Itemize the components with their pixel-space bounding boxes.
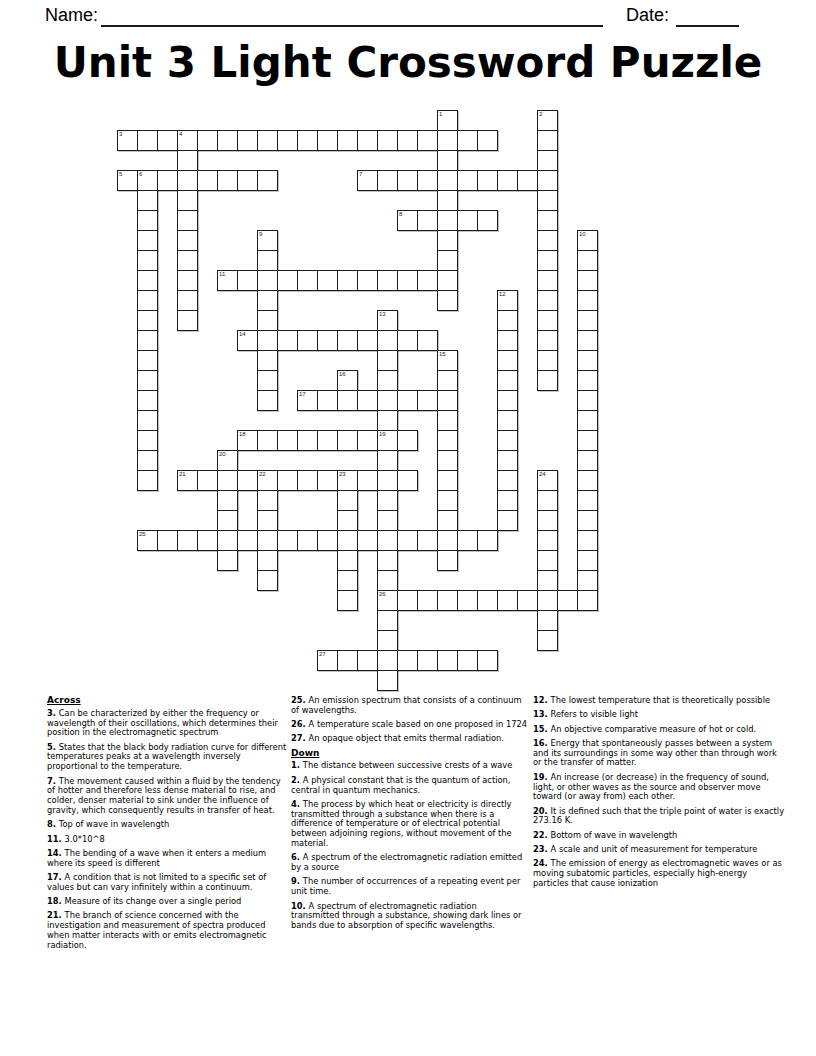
grid-cell[interactable] [537, 510, 558, 531]
grid-cell[interactable] [317, 470, 338, 491]
grid-cell[interactable] [317, 130, 338, 151]
grid-cell[interactable]: 2 [537, 110, 558, 131]
grid-cell[interactable] [357, 270, 378, 291]
grid-cell[interactable] [277, 530, 298, 551]
grid-cell[interactable] [397, 390, 418, 411]
cell-number: 22 [259, 471, 266, 478]
grid-cell[interactable] [137, 130, 158, 151]
grid-cell[interactable] [537, 290, 558, 311]
grid-cell[interactable] [377, 570, 398, 591]
grid-cell[interactable]: 7 [357, 170, 378, 191]
cell-number: 12 [499, 291, 506, 298]
grid-cell[interactable] [357, 470, 378, 491]
grid-cell[interactable] [417, 270, 438, 291]
grid-cell[interactable] [577, 410, 598, 431]
grid-cell[interactable] [157, 170, 178, 191]
grid-cell[interactable] [337, 650, 358, 671]
grid-cell[interactable] [137, 270, 158, 291]
page-title: Unit 3 Light Crossword Puzzle [0, 38, 816, 87]
grid-cell[interactable] [537, 370, 558, 391]
clue-item-23-down: 23. A scale and unit of measurement for … [533, 845, 785, 855]
grid-cell[interactable] [497, 390, 518, 411]
grid-cell[interactable] [297, 530, 318, 551]
grid-cell[interactable] [157, 530, 178, 551]
grid-cell[interactable]: 23 [337, 470, 358, 491]
grid-cell[interactable] [577, 390, 598, 411]
grid-cell[interactable] [257, 370, 278, 391]
grid-cell[interactable]: 26 [377, 590, 398, 611]
grid-cell[interactable] [577, 370, 598, 391]
date-blank-line[interactable] [676, 7, 739, 27]
grid-cell[interactable] [577, 550, 598, 571]
grid-cell[interactable] [577, 310, 598, 331]
grid-cell[interactable] [437, 210, 458, 231]
grid-cell[interactable] [217, 510, 238, 531]
grid-cell[interactable]: 20 [217, 450, 238, 471]
grid-cell[interactable] [577, 250, 598, 271]
grid-cell[interactable] [437, 170, 458, 191]
grid-cell[interactable] [217, 470, 238, 491]
grid-cell[interactable] [537, 230, 558, 251]
grid-cell[interactable] [297, 130, 318, 151]
grid-cell[interactable] [137, 290, 158, 311]
grid-cell[interactable]: 21 [177, 470, 198, 491]
grid-cell[interactable] [197, 170, 218, 191]
grid-cell[interactable]: 16 [337, 370, 358, 391]
name-label: Name: [45, 5, 98, 26]
clue-number: 24. [533, 858, 551, 868]
grid-cell[interactable] [417, 390, 438, 411]
clue-item-10-down: 10. A spectrum of electromagnetic radiat… [291, 902, 527, 931]
grid-cell[interactable] [217, 130, 238, 151]
grid-cell[interactable] [137, 350, 158, 371]
grid-cell[interactable] [537, 250, 558, 271]
clue-number: 26. [291, 719, 309, 729]
grid-cell[interactable] [277, 470, 298, 491]
grid-cell[interactable] [437, 490, 458, 511]
grid-cell[interactable] [437, 130, 458, 151]
grid-cell[interactable] [257, 530, 278, 551]
grid-cell[interactable] [377, 550, 398, 571]
grid-cell[interactable] [437, 530, 458, 551]
grid-cell[interactable] [537, 610, 558, 631]
grid-cell[interactable]: 18 [237, 430, 258, 451]
clue-item-6-down: 6. A spectrum of the electromagnetic rad… [291, 853, 527, 873]
grid-cell[interactable] [537, 310, 558, 331]
grid-cell[interactable] [577, 350, 598, 371]
cell-number: 4 [179, 131, 182, 138]
grid-cell[interactable] [497, 490, 518, 511]
down-clues-heading: Down [291, 749, 527, 759]
grid-cell[interactable] [437, 250, 458, 271]
grid-cell[interactable] [277, 270, 298, 291]
grid-cell[interactable] [497, 450, 518, 471]
grid-cell[interactable] [177, 290, 198, 311]
grid-cell[interactable] [457, 590, 478, 611]
grid-cell[interactable] [217, 490, 238, 511]
clue-number: 27. [291, 733, 309, 743]
grid-cell[interactable] [217, 530, 238, 551]
grid-cell[interactable] [537, 150, 558, 171]
grid-cell[interactable] [537, 170, 558, 191]
grid-cell[interactable] [257, 130, 278, 151]
clue-number: 19. [533, 772, 551, 782]
grid-cell[interactable]: 1 [437, 110, 458, 131]
grid-cell[interactable] [337, 270, 358, 291]
grid-cell[interactable] [417, 170, 438, 191]
grid-cell[interactable] [537, 350, 558, 371]
grid-cell[interactable] [377, 530, 398, 551]
grid-cell[interactable] [397, 270, 418, 291]
grid-cell[interactable] [357, 650, 378, 671]
grid-cell[interactable] [417, 210, 438, 231]
grid-cell[interactable] [177, 250, 198, 271]
grid-cell[interactable] [137, 370, 158, 391]
grid-cell[interactable] [577, 450, 598, 471]
grid-cell[interactable] [437, 190, 458, 211]
grid-cell[interactable] [317, 530, 338, 551]
grid-cell[interactable] [397, 130, 418, 151]
grid-cell[interactable] [257, 430, 278, 451]
grid-cell[interactable] [497, 170, 518, 191]
grid-cell[interactable] [437, 510, 458, 531]
grid-cell[interactable] [537, 630, 558, 651]
grid-cell[interactable]: 15 [437, 350, 458, 371]
grid-cell[interactable] [137, 230, 158, 251]
grid-cell[interactable] [257, 270, 278, 291]
grid-cell[interactable]: 10 [577, 230, 598, 251]
grid-cell[interactable] [377, 650, 398, 671]
grid-cell[interactable] [537, 570, 558, 591]
grid-cell[interactable]: 11 [217, 270, 238, 291]
grid-cell[interactable] [477, 590, 498, 611]
grid-cell[interactable] [337, 570, 358, 591]
grid-cell[interactable]: 5 [117, 170, 138, 191]
name-blank-line[interactable] [101, 7, 603, 27]
clue-item-14-across: 14. The bending of a wave when it enters… [47, 849, 290, 869]
grid-cell[interactable] [357, 330, 378, 351]
grid-cell[interactable] [257, 550, 278, 571]
grid-cell[interactable] [577, 290, 598, 311]
grid-cell[interactable]: 25 [137, 530, 158, 551]
clue-number: 10. [291, 901, 309, 911]
grid-cell[interactable] [177, 170, 198, 191]
grid-cell[interactable] [537, 270, 558, 291]
grid-cell[interactable] [137, 310, 158, 331]
grid-cell[interactable] [357, 130, 378, 151]
grid-cell[interactable] [377, 390, 398, 411]
grid-cell[interactable] [337, 510, 358, 531]
clue-number: 3. [47, 708, 59, 718]
grid-cell[interactable] [437, 390, 458, 411]
date-label: Date: [626, 5, 669, 26]
grid-cell[interactable] [317, 390, 338, 411]
grid-cell[interactable] [177, 310, 198, 331]
grid-cell[interactable] [437, 150, 458, 171]
grid-cell[interactable] [137, 410, 158, 431]
grid-cell[interactable] [537, 210, 558, 231]
grid-cell[interactable] [197, 470, 218, 491]
grid-cell[interactable] [437, 230, 458, 251]
grid-cell[interactable] [377, 170, 398, 191]
grid-cell[interactable] [357, 390, 378, 411]
grid-cell[interactable] [197, 530, 218, 551]
grid-cell[interactable] [537, 550, 558, 571]
grid-cell[interactable] [377, 490, 398, 511]
grid-cell[interactable] [417, 130, 438, 151]
grid-cell[interactable] [257, 570, 278, 591]
grid-cell[interactable] [357, 430, 378, 451]
grid-cell[interactable] [297, 330, 318, 351]
grid-cell[interactable] [137, 190, 158, 211]
grid-cell[interactable] [477, 130, 498, 151]
grid-cell[interactable] [437, 270, 458, 291]
clue-item-18-across: 18. Measure of its change over a single … [47, 897, 290, 907]
grid-cell[interactable] [437, 470, 458, 491]
grid-cell[interactable] [337, 530, 358, 551]
clue-number: 4. [291, 799, 303, 809]
grid-cell[interactable] [417, 330, 438, 351]
grid-cell[interactable] [457, 530, 478, 551]
clue-item-12-down: 12. The lowest temperature that is theor… [533, 696, 785, 706]
grid-cell[interactable] [397, 330, 418, 351]
grid-cell[interactable] [537, 130, 558, 151]
grid-cell[interactable] [497, 350, 518, 371]
grid-cell[interactable] [577, 430, 598, 451]
clue-item-20-down: 20. It is defined such that the triple p… [533, 807, 785, 827]
grid-cell[interactable] [337, 390, 358, 411]
clue-number: 5. [47, 742, 59, 752]
grid-cell[interactable] [257, 490, 278, 511]
grid-cell[interactable] [157, 130, 178, 151]
grid-cell[interactable] [577, 470, 598, 491]
grid-cell[interactable] [497, 590, 518, 611]
grid-cell[interactable] [197, 130, 218, 151]
grid-cell[interactable] [257, 250, 278, 271]
grid-cell[interactable]: 6 [137, 170, 158, 191]
grid-cell[interactable] [257, 350, 278, 371]
grid-cell[interactable]: 3 [117, 130, 138, 151]
clue-item-15-down: 15. An objective comparative measure of … [533, 725, 785, 735]
grid-cell[interactable] [237, 470, 258, 491]
grid-cell[interactable]: 9 [257, 230, 278, 251]
grid-cell[interactable] [257, 290, 278, 311]
grid-cell[interactable] [457, 170, 478, 191]
grid-cell[interactable] [437, 590, 458, 611]
grid-cell[interactable] [337, 430, 358, 451]
grid-cell[interactable] [177, 270, 198, 291]
grid-cell[interactable]: 19 [377, 430, 398, 451]
grid-cell[interactable]: 4 [177, 130, 198, 151]
grid-cell[interactable] [577, 270, 598, 291]
cell-number: 20 [219, 451, 226, 458]
grid-cell[interactable] [257, 330, 278, 351]
grid-cell[interactable] [477, 170, 498, 191]
grid-cell[interactable]: 17 [297, 390, 318, 411]
grid-cell[interactable] [317, 430, 338, 451]
grid-cell[interactable] [357, 530, 378, 551]
grid-cell[interactable] [337, 590, 358, 611]
grid-cell[interactable] [577, 330, 598, 351]
grid-cell[interactable] [317, 330, 338, 351]
grid-cell[interactable] [497, 410, 518, 431]
grid-cell[interactable]: 8 [397, 210, 418, 231]
clue-item-11-across: 11. 3.0*10^8 [47, 835, 290, 845]
grid-cell[interactable] [257, 390, 278, 411]
grid-cell[interactable] [137, 430, 158, 451]
grid-cell[interactable] [237, 130, 258, 151]
grid-cell[interactable] [437, 290, 458, 311]
grid-cell[interactable] [377, 270, 398, 291]
clue-number: 18. [47, 896, 65, 906]
grid-cell[interactable] [417, 530, 438, 551]
cell-number: 21 [179, 471, 186, 478]
grid-cell[interactable] [277, 330, 298, 351]
cell-number: 24 [539, 471, 546, 478]
grid-cell[interactable] [237, 170, 258, 191]
grid-cell[interactable] [517, 590, 538, 611]
clue-number: 25. [291, 695, 309, 705]
grid-cell[interactable] [497, 310, 518, 331]
grid-cell[interactable] [177, 190, 198, 211]
grid-cell[interactable] [497, 370, 518, 391]
clue-item-24-down: 24. The emission of energy as electromag… [533, 859, 785, 888]
grid-cell[interactable] [377, 670, 398, 691]
grid-cell[interactable] [517, 170, 538, 191]
cell-number: 14 [239, 331, 246, 338]
grid-cell[interactable] [477, 210, 498, 231]
grid-cell[interactable] [477, 530, 498, 551]
grid-cell[interactable] [577, 490, 598, 511]
grid-cell[interactable] [337, 330, 358, 351]
grid-cell[interactable] [237, 270, 258, 291]
grid-cell[interactable]: 13 [377, 310, 398, 331]
grid-cell[interactable] [377, 450, 398, 471]
clue-item-5-across: 5. States that the black body radiation … [47, 743, 290, 772]
grid-cell[interactable] [437, 370, 458, 391]
grid-cell[interactable] [417, 650, 438, 671]
grid-cell[interactable] [257, 510, 278, 531]
grid-cell[interactable] [297, 270, 318, 291]
grid-cell[interactable] [537, 490, 558, 511]
grid-cell[interactable] [177, 150, 198, 171]
grid-cell[interactable] [377, 630, 398, 651]
grid-cell[interactable] [457, 210, 478, 231]
grid-cell[interactable] [137, 390, 158, 411]
grid-cell[interactable] [137, 450, 158, 471]
grid-cell[interactable] [137, 210, 158, 231]
grid-cell[interactable] [437, 410, 458, 431]
grid-cell[interactable] [437, 550, 458, 571]
grid-cell[interactable] [217, 170, 238, 191]
grid-cell[interactable] [457, 130, 478, 151]
grid-cell[interactable]: 27 [317, 650, 338, 671]
grid-cell[interactable] [377, 410, 398, 431]
grid-cell[interactable] [457, 650, 478, 671]
grid-cell[interactable] [397, 590, 418, 611]
grid-cell[interactable] [397, 430, 418, 451]
cell-number: 8 [399, 211, 402, 218]
grid-cell[interactable]: 14 [237, 330, 258, 351]
grid-cell[interactable] [397, 470, 418, 491]
clue-item-17-across: 17. A condition that is not limited to a… [47, 873, 290, 893]
grid-cell[interactable] [137, 330, 158, 351]
grid-cell[interactable]: 12 [497, 290, 518, 311]
grid-cell[interactable] [537, 590, 558, 611]
grid-cell[interactable] [337, 490, 358, 511]
grid-cell[interactable] [377, 470, 398, 491]
grid-cell[interactable] [577, 590, 598, 611]
grid-cell[interactable] [377, 510, 398, 531]
grid-cell[interactable] [257, 170, 278, 191]
grid-cell[interactable] [537, 530, 558, 551]
crossword-grid: 1234567891011121314151617181920212223242… [117, 110, 598, 691]
grid-cell[interactable]: 24 [537, 470, 558, 491]
cell-number: 7 [359, 171, 362, 178]
grid-cell[interactable] [377, 330, 398, 351]
grid-cell[interactable] [317, 270, 338, 291]
clue-item-8-across: 8. Top of wave in wavelength [47, 820, 290, 830]
grid-cell[interactable] [137, 250, 158, 271]
grid-cell[interactable] [337, 130, 358, 151]
grid-cell[interactable] [177, 530, 198, 551]
clue-column-right: 12. The lowest temperature that is theor… [533, 696, 785, 893]
grid-cell[interactable] [397, 530, 418, 551]
grid-cell[interactable] [297, 430, 318, 451]
grid-cell[interactable] [277, 130, 298, 151]
grid-cell[interactable] [377, 130, 398, 151]
grid-cell[interactable] [177, 210, 198, 231]
grid-cell[interactable] [437, 650, 458, 671]
grid-cell[interactable] [577, 530, 598, 551]
grid-cell[interactable] [257, 310, 278, 331]
clue-number: 11. [47, 834, 65, 844]
grid-cell[interactable] [337, 550, 358, 571]
grid-cell[interactable] [437, 430, 458, 451]
clue-item-7-across: 7. The movement caused within a fluid by… [47, 777, 290, 816]
clue-item-21-across: 21. The branch of science concerned with… [47, 911, 290, 950]
grid-cell[interactable]: 22 [257, 470, 278, 491]
clue-item-22-down: 22. Bottom of wave in wavelength [533, 831, 785, 841]
grid-cell[interactable] [557, 590, 578, 611]
grid-cell[interactable] [377, 350, 398, 371]
grid-cell[interactable] [477, 650, 498, 671]
grid-cell[interactable] [497, 470, 518, 491]
grid-cell[interactable] [277, 430, 298, 451]
grid-cell[interactable] [297, 470, 318, 491]
cell-number: 1 [439, 111, 442, 118]
clue-item-4-down: 4. The process by which heat or electric… [291, 800, 527, 849]
clue-item-9-down: 9. The number of occurrences of a repeat… [291, 877, 527, 897]
grid-cell[interactable] [217, 550, 238, 571]
grid-cell[interactable] [497, 510, 518, 531]
grid-cell[interactable] [177, 230, 198, 251]
grid-cell[interactable] [377, 610, 398, 631]
grid-cell[interactable] [577, 510, 598, 531]
grid-cell[interactable] [417, 590, 438, 611]
grid-cell[interactable] [377, 370, 398, 391]
grid-cell[interactable] [577, 570, 598, 591]
grid-cell[interactable] [437, 450, 458, 471]
grid-cell[interactable] [497, 330, 518, 351]
grid-cell[interactable] [397, 650, 418, 671]
grid-cell[interactable] [537, 330, 558, 351]
grid-cell[interactable] [497, 430, 518, 451]
grid-cell[interactable] [237, 530, 258, 551]
grid-cell[interactable] [137, 470, 158, 491]
grid-cell[interactable] [537, 190, 558, 211]
grid-cell[interactable] [397, 170, 418, 191]
